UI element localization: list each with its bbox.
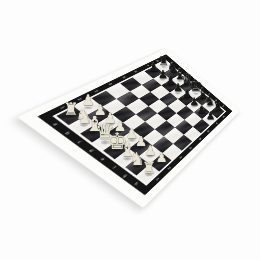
chess-set-photo: aa88bb77cc66dd55ee44ff33gg22hh11 ♜♞♝♛♚♝♞… xyxy=(0,0,260,260)
chess-board-grid xyxy=(56,61,224,183)
vinyl-chessboard-sheet: aa88bb77cc66dd55ee44ff33gg22hh11 xyxy=(17,48,240,208)
